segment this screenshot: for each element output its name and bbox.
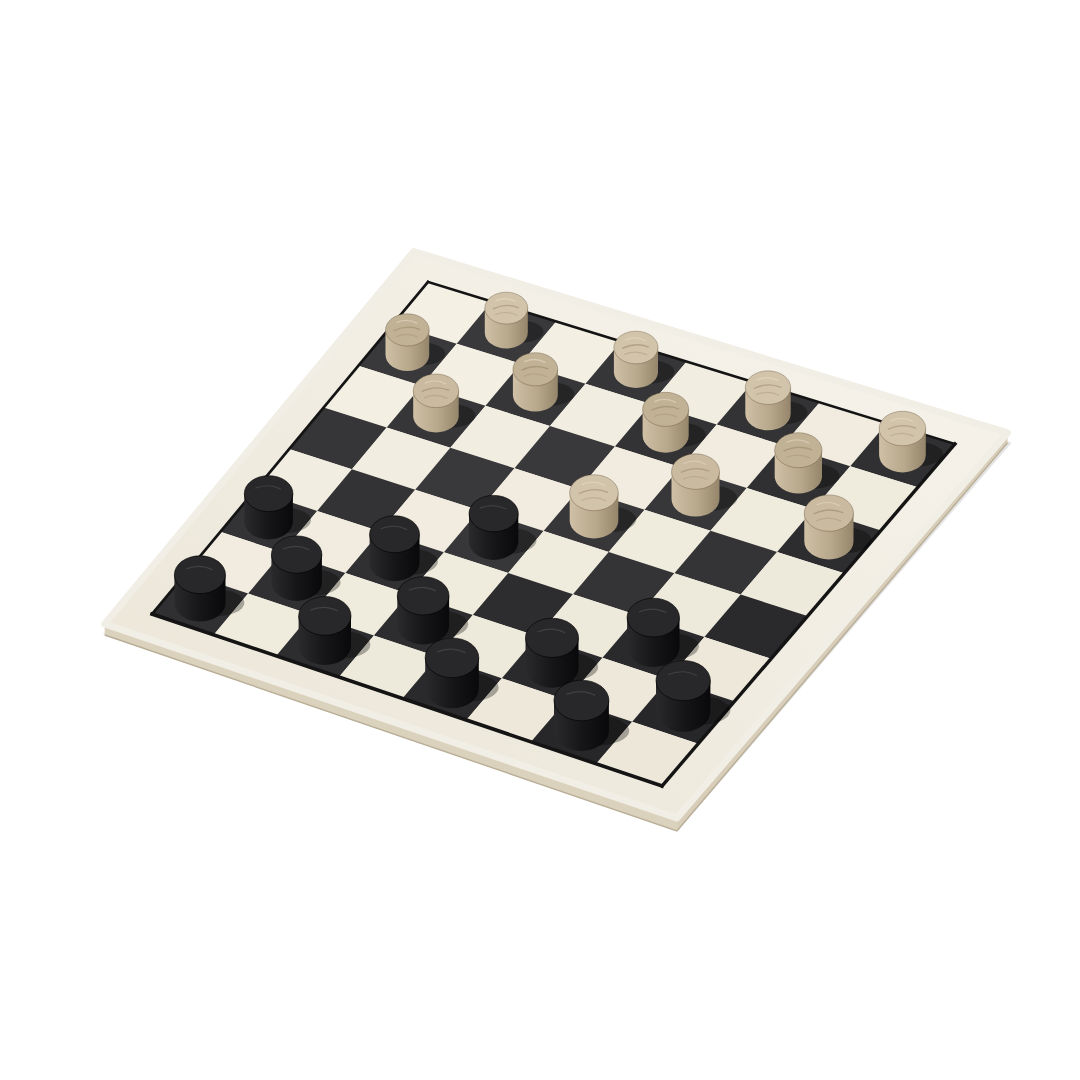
piece-top bbox=[804, 495, 853, 531]
checker-wood-r0c5[interactable] bbox=[745, 371, 790, 430]
checker-black-r6c1[interactable] bbox=[271, 536, 322, 601]
checker-wood-r1c0[interactable] bbox=[386, 314, 430, 371]
piece-top bbox=[413, 374, 459, 408]
checker-black-r5c2[interactable] bbox=[370, 516, 420, 581]
piece-top bbox=[775, 433, 822, 468]
checker-wood-r0c1[interactable] bbox=[485, 292, 528, 348]
checker-black-r7c6[interactable] bbox=[554, 680, 609, 751]
piece-top bbox=[525, 618, 578, 657]
checker-wood-r0c7[interactable] bbox=[879, 411, 926, 472]
checker-black-r5c0[interactable] bbox=[244, 476, 293, 540]
checker-wood-r1c6[interactable] bbox=[775, 433, 822, 494]
piece-top bbox=[386, 314, 430, 346]
piece-top bbox=[554, 680, 609, 721]
checker-black-r6c7[interactable] bbox=[656, 660, 710, 731]
checker-black-r6c5[interactable] bbox=[525, 618, 578, 687]
piece-top bbox=[513, 353, 558, 386]
piece-top bbox=[570, 475, 619, 511]
checker-wood-r2c5[interactable] bbox=[672, 454, 720, 517]
checker-black-r7c0[interactable] bbox=[174, 556, 225, 622]
checker-wood-r2c7[interactable] bbox=[804, 495, 853, 560]
checker-wood-r0c3[interactable] bbox=[614, 331, 658, 388]
checkers-product-photo bbox=[0, 0, 1080, 1080]
piece-top bbox=[299, 597, 351, 636]
checker-black-r7c4[interactable] bbox=[425, 638, 479, 708]
piece-top bbox=[879, 411, 926, 446]
checkers-board bbox=[0, 0, 1080, 1080]
piece-top bbox=[174, 556, 225, 594]
checker-black-r5c6[interactable] bbox=[627, 598, 679, 667]
piece-top bbox=[397, 577, 449, 615]
piece-top bbox=[627, 598, 679, 637]
checker-wood-r1c2[interactable] bbox=[513, 353, 558, 412]
checker-wood-r3c4[interactable] bbox=[570, 475, 619, 539]
piece-top bbox=[244, 476, 293, 512]
checker-wood-r1c4[interactable] bbox=[643, 392, 689, 452]
piece-top bbox=[643, 392, 689, 426]
checker-black-r4c3[interactable] bbox=[469, 495, 518, 560]
piece-top bbox=[656, 660, 710, 700]
piece-top bbox=[485, 292, 528, 324]
checker-black-r7c2[interactable] bbox=[299, 597, 351, 666]
checker-wood-r2c1[interactable] bbox=[413, 374, 459, 432]
piece-top bbox=[672, 454, 720, 489]
checker-black-r6c3[interactable] bbox=[397, 577, 449, 645]
piece-top bbox=[745, 371, 790, 405]
piece-top bbox=[370, 516, 420, 553]
piece-top bbox=[469, 495, 518, 531]
piece-top bbox=[614, 331, 658, 364]
piece-top bbox=[271, 536, 322, 573]
piece-top bbox=[425, 638, 479, 678]
